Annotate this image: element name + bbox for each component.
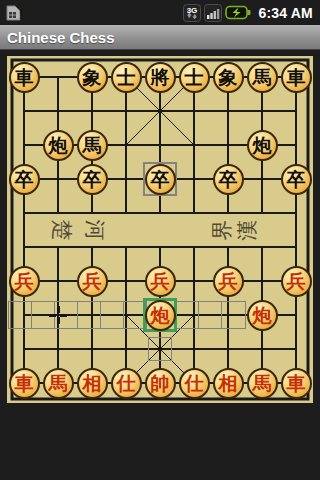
piece-black-cannon[interactable]: 炮 xyxy=(43,130,74,161)
board-layer[interactable]: 楚河界漢車象士將士象馬車炮馬炮卒卒卒卒卒兵兵兵兵兵炮炮車馬相仕帥仕相馬車 xyxy=(0,0,320,480)
piece-black-soldier[interactable]: 卒 xyxy=(281,164,312,195)
piece-red-chariot[interactable]: 車 xyxy=(281,368,312,399)
river-label: 河 xyxy=(83,218,107,242)
piece-red-advisor[interactable]: 仕 xyxy=(179,368,210,399)
piece-red-soldier[interactable]: 兵 xyxy=(145,266,176,297)
move-path-tile[interactable] xyxy=(77,301,101,329)
piece-black-general[interactable]: 將 xyxy=(145,62,176,93)
river-label: 楚 xyxy=(50,218,74,242)
piece-black-horse[interactable]: 馬 xyxy=(247,62,278,93)
piece-black-elephant[interactable]: 象 xyxy=(213,62,244,93)
piece-black-advisor[interactable]: 士 xyxy=(111,62,142,93)
piece-red-general[interactable]: 帥 xyxy=(145,368,176,399)
move-path-tile[interactable] xyxy=(100,301,124,329)
piece-black-chariot[interactable]: 車 xyxy=(9,62,40,93)
piece-red-cannon[interactable]: 炮 xyxy=(145,300,176,331)
move-path-tile[interactable] xyxy=(8,301,32,329)
piece-red-horse[interactable]: 馬 xyxy=(247,368,278,399)
move-path-tile[interactable] xyxy=(174,301,199,329)
piece-red-advisor[interactable]: 仕 xyxy=(111,368,142,399)
piece-black-soldier[interactable]: 卒 xyxy=(213,164,244,195)
piece-red-soldier[interactable]: 兵 xyxy=(9,266,40,297)
piece-red-soldier[interactable]: 兵 xyxy=(281,266,312,297)
piece-red-soldier[interactable]: 兵 xyxy=(77,266,108,297)
piece-red-elephant[interactable]: 相 xyxy=(213,368,244,399)
last-move-origin-marker xyxy=(49,306,67,324)
move-path-tile[interactable] xyxy=(198,301,223,329)
piece-black-elephant[interactable]: 象 xyxy=(77,62,108,93)
piece-black-cannon[interactable]: 炮 xyxy=(247,130,278,161)
piece-red-cannon[interactable]: 炮 xyxy=(247,300,278,331)
move-path-strip xyxy=(174,301,246,329)
piece-black-advisor[interactable]: 士 xyxy=(179,62,210,93)
phone-screen: ! 3G 6:34 AM Chi xyxy=(0,0,320,480)
piece-black-chariot[interactable]: 車 xyxy=(281,62,312,93)
piece-red-horse[interactable]: 馬 xyxy=(43,368,74,399)
move-path-strip xyxy=(8,301,147,329)
piece-black-soldier[interactable]: 卒 xyxy=(9,164,40,195)
move-path-tile[interactable] xyxy=(221,301,246,329)
piece-black-soldier[interactable]: 卒 xyxy=(77,164,108,195)
piece-black-soldier[interactable]: 卒 xyxy=(145,164,176,195)
piece-black-horse[interactable]: 馬 xyxy=(77,130,108,161)
piece-red-soldier[interactable]: 兵 xyxy=(213,266,244,297)
move-target-square[interactable] xyxy=(148,337,172,361)
river-label: 界 xyxy=(210,218,234,242)
river-label: 漢 xyxy=(235,218,259,242)
piece-red-chariot[interactable]: 車 xyxy=(9,368,40,399)
piece-red-elephant[interactable]: 相 xyxy=(77,368,108,399)
